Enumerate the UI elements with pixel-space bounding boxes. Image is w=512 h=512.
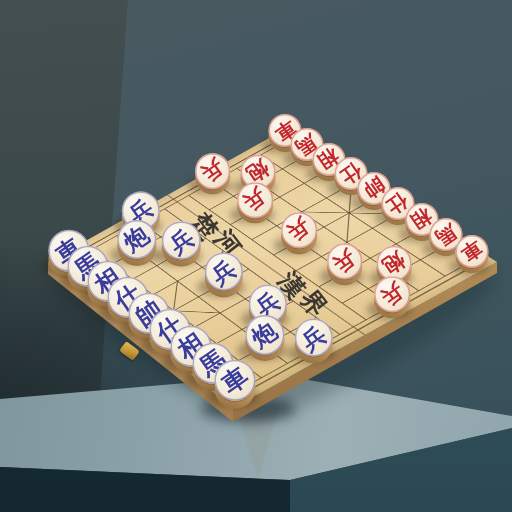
piece-blue-soldier[interactable]: 兵 — [162, 221, 200, 266]
piece-face: 兵 — [375, 277, 411, 313]
piece-character: 兵 — [240, 185, 269, 214]
piece-blue-cannon[interactable]: 炮 — [245, 315, 284, 361]
scene: 楚 河 漢 界 車馬相兵炮仕帥兵仕兵相兵馬炮兵車車兵炮馬兵相兵仕兵帥仕炮兵相馬車 — [0, 0, 512, 512]
piece-character: 炮 — [248, 318, 281, 351]
piece-character: 炮 — [120, 222, 153, 255]
piece-character: 兵 — [298, 322, 330, 354]
piece-red-chariot[interactable]: 車 — [455, 235, 488, 273]
piece-character: 兵 — [198, 156, 227, 185]
piece-blue-soldier[interactable]: 兵 — [204, 252, 242, 297]
piece-face: 兵 — [281, 212, 317, 248]
piece-blue-soldier[interactable]: 兵 — [294, 318, 332, 363]
piece-face: 兵 — [237, 182, 273, 218]
piece-face: 兵 — [195, 153, 231, 189]
piece-character: 炮 — [380, 249, 409, 278]
piece-character: 兵 — [330, 247, 359, 276]
piece-character: 兵 — [165, 225, 197, 257]
piece-character: 車 — [218, 363, 253, 398]
piece-character: 兵 — [284, 215, 313, 244]
piece-red-soldier[interactable]: 兵 — [327, 244, 363, 286]
piece-character: 車 — [458, 237, 486, 265]
piece-red-soldier[interactable]: 兵 — [237, 182, 273, 224]
piece-character: 兵 — [378, 280, 407, 309]
piece-character: 兵 — [208, 256, 240, 288]
piece-face: 兵 — [327, 244, 363, 280]
piece-red-soldier[interactable]: 兵 — [375, 277, 411, 319]
piece-face: 車 — [215, 360, 256, 401]
piece-face: 車 — [455, 235, 488, 268]
piece-red-soldier[interactable]: 兵 — [195, 153, 231, 195]
piece-red-soldier[interactable]: 兵 — [281, 212, 317, 254]
piece-blue-cannon[interactable]: 炮 — [117, 219, 156, 265]
piece-blue-chariot[interactable]: 車 — [215, 360, 256, 409]
